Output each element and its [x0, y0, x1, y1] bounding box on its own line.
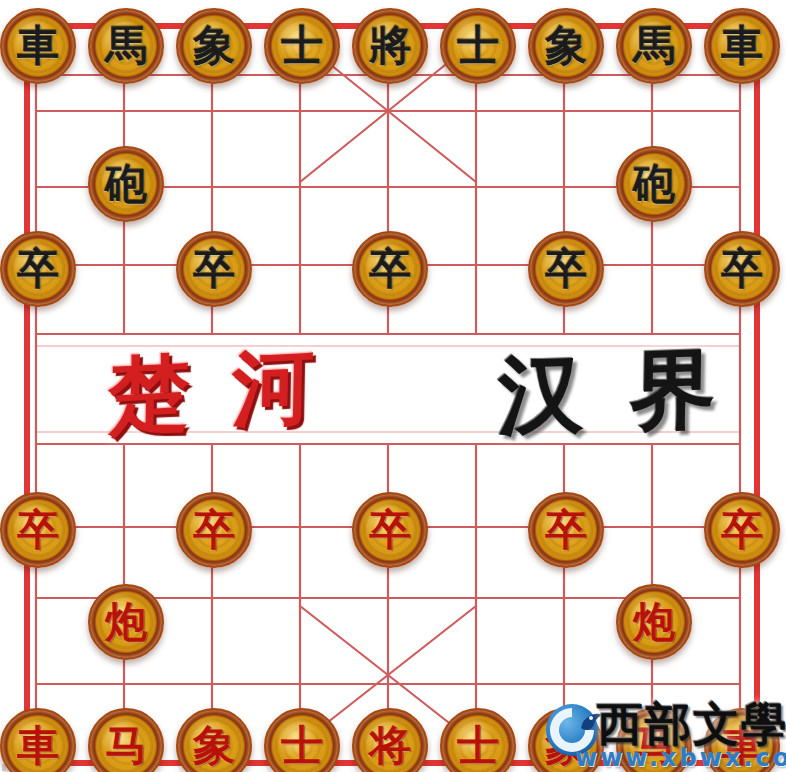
piece-red-soldier[interactable]: 卒 — [352, 492, 428, 568]
piece-glyph: 士 — [281, 10, 323, 82]
piece-glyph: 馬 — [105, 10, 147, 82]
piece-glyph: 士 — [457, 710, 499, 772]
piece-glyph: 馬 — [633, 10, 675, 82]
piece-glyph: 車 — [17, 710, 59, 772]
piece-glyph: 象 — [193, 10, 235, 82]
piece-glyph: 砲 — [633, 148, 675, 220]
watermark-url[interactable]: www.xbwx.com — [575, 744, 786, 772]
piece-glyph: 卒 — [17, 494, 59, 566]
piece-black-horse[interactable]: 馬 — [616, 8, 692, 84]
piece-black-chariot[interactable]: 車 — [0, 8, 76, 84]
piece-glyph: 卒 — [193, 233, 235, 305]
piece-red-cannon[interactable]: 炮 — [616, 584, 692, 660]
piece-glyph: 卒 — [545, 233, 587, 305]
river-text-han-jie: 汉界 — [497, 329, 763, 455]
piece-glyph: 卒 — [721, 494, 763, 566]
piece-black-elephant[interactable]: 象 — [176, 8, 252, 84]
piece-black-horse[interactable]: 馬 — [88, 8, 164, 84]
piece-glyph: 卒 — [193, 494, 235, 566]
piece-red-soldier[interactable]: 卒 — [0, 492, 76, 568]
piece-black-advisor[interactable]: 士 — [264, 8, 340, 84]
piece-red-cannon[interactable]: 炮 — [88, 584, 164, 660]
piece-black-soldier[interactable]: 卒 — [528, 231, 604, 307]
piece-glyph: 車 — [17, 10, 59, 82]
piece-glyph: 炮 — [105, 586, 147, 658]
piece-black-chariot[interactable]: 車 — [704, 8, 780, 84]
site-watermark: 西部文學 www.xbwx.com — [545, 698, 786, 772]
piece-glyph: 卒 — [545, 494, 587, 566]
piece-black-soldier[interactable]: 卒 — [704, 231, 780, 307]
river-text-chu-he: 楚河 — [107, 329, 357, 452]
piece-glyph: 马 — [105, 710, 147, 772]
xiangqi-board-screenshot: 楚河 汉界 車馬象士將士象馬車砲砲卒卒卒卒卒卒卒卒卒卒炮炮車马象士将士象马車 西… — [0, 0, 786, 772]
piece-glyph: 卒 — [17, 233, 59, 305]
piece-glyph: 将 — [369, 710, 411, 772]
piece-glyph: 卒 — [369, 494, 411, 566]
piece-black-soldier[interactable]: 卒 — [0, 231, 76, 307]
piece-black-cannon[interactable]: 砲 — [88, 146, 164, 222]
piece-glyph: 炮 — [633, 586, 675, 658]
piece-glyph: 砲 — [105, 148, 147, 220]
piece-red-soldier[interactable]: 卒 — [704, 492, 780, 568]
piece-black-advisor[interactable]: 士 — [440, 8, 516, 84]
piece-glyph: 象 — [193, 710, 235, 772]
piece-black-soldier[interactable]: 卒 — [176, 231, 252, 307]
piece-glyph: 士 — [457, 10, 499, 82]
piece-glyph: 象 — [545, 10, 587, 82]
piece-black-cannon[interactable]: 砲 — [616, 146, 692, 222]
piece-red-soldier[interactable]: 卒 — [176, 492, 252, 568]
piece-red-soldier[interactable]: 卒 — [528, 492, 604, 568]
piece-black-elephant[interactable]: 象 — [528, 8, 604, 84]
piece-black-general[interactable]: 將 — [352, 8, 428, 84]
piece-black-soldier[interactable]: 卒 — [352, 231, 428, 307]
piece-glyph: 士 — [281, 710, 323, 772]
piece-glyph: 卒 — [721, 233, 763, 305]
piece-glyph: 卒 — [369, 233, 411, 305]
piece-glyph: 將 — [369, 10, 411, 82]
piece-glyph: 車 — [721, 10, 763, 82]
